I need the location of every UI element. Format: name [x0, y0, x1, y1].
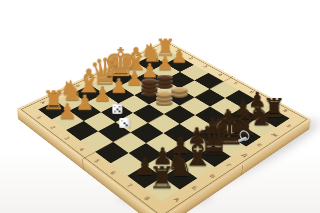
die-pip	[114, 110, 116, 112]
checkers-stack-light[interactable]	[171, 87, 187, 97]
box-lid-seam	[241, 164, 243, 175]
die-pip	[126, 125, 128, 127]
checker-disc	[171, 87, 187, 93]
piece-white-pawn[interactable]: ♟	[58, 101, 77, 122]
die-pip	[114, 106, 116, 108]
checker-disc	[141, 78, 157, 84]
piece-white-pawn[interactable]: ♟	[76, 93, 95, 114]
checkers-stack-light[interactable]	[156, 91, 173, 106]
die-pip	[116, 108, 118, 110]
die-pip	[121, 120, 123, 122]
scene: АБВГДЕЖЗ АБВГДЕЖЗ 12345678 12345678 ♜♞♝♛…	[0, 0, 320, 213]
piece-white-pawn[interactable]: ♟	[93, 85, 111, 106]
checker-disc	[156, 91, 173, 97]
checker-disc	[157, 74, 173, 80]
metal-clasp	[237, 130, 250, 144]
piece-white-pawn[interactable]: ♟	[156, 54, 173, 73]
die-pip	[118, 110, 120, 112]
fold-seam-side	[82, 159, 83, 170]
die-pip	[118, 106, 120, 108]
product-photo-chess-set: АБВГДЕЖЗ АБВГДЕЖЗ 12345678 12345678 ♜♞♝♛…	[0, 0, 320, 213]
piece-white-pawn[interactable]: ♟	[110, 77, 128, 97]
die-pip	[123, 122, 125, 124]
piece-black-rook[interactable]: ♜	[149, 163, 176, 193]
chess-board: АБВГДЕЖЗ АБВГДЕЖЗ 12345678 12345678 ♜♞♝♛…	[17, 40, 311, 213]
clasp-plate-icon	[238, 136, 248, 142]
